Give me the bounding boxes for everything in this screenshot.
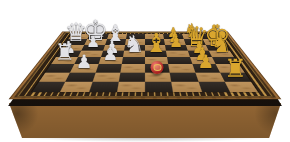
square-b4 <box>119 72 145 81</box>
square-b8 <box>220 72 251 81</box>
square-b5 <box>145 72 171 81</box>
square-d5 <box>145 57 168 64</box>
square-a2 <box>60 82 92 92</box>
square-b2 <box>66 72 96 81</box>
square-d6 <box>167 57 192 64</box>
square-a8 <box>224 82 258 92</box>
square-d2 <box>75 57 101 64</box>
square-d8 <box>212 57 239 64</box>
square-a5 <box>145 82 173 92</box>
square-c3 <box>95 64 121 72</box>
square-a4 <box>117 82 145 92</box>
square-d4 <box>122 57 145 64</box>
square-c8 <box>215 64 244 72</box>
square-a6 <box>171 82 201 92</box>
board-frame-ornate-border <box>17 32 273 96</box>
square-a3 <box>89 82 119 92</box>
square-b6 <box>170 72 198 81</box>
square-d3 <box>98 57 123 64</box>
square-c2 <box>70 64 98 72</box>
square-b3 <box>92 72 120 81</box>
board-perspective-wrap <box>9 31 282 99</box>
chess-set-photo: ♛♚♝♞♟♟♟♟♟♜♞♟♞♟♝♚♛♟♝♞♟♟♟♜ <box>0 0 290 142</box>
square-c4 <box>120 64 145 72</box>
square-c5 <box>145 64 170 72</box>
board-frame-leather <box>9 31 282 99</box>
square-c6 <box>168 64 194 72</box>
chess-board <box>32 34 258 92</box>
